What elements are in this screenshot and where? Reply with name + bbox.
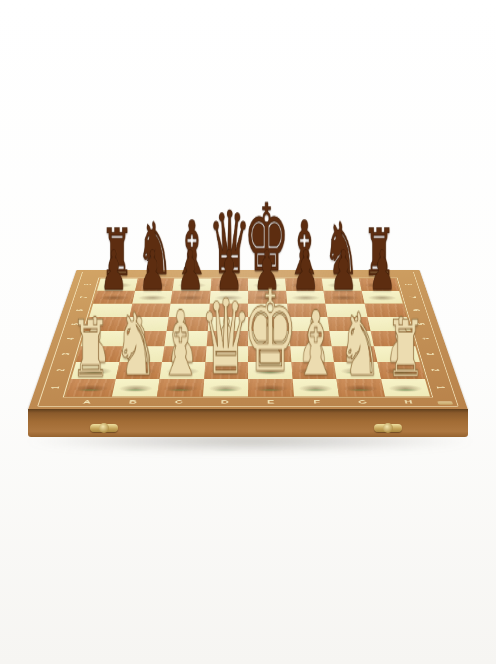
maker-stamp: [437, 401, 453, 405]
square-d1[interactable]: ♛: [202, 379, 248, 397]
square-h1[interactable]: ♜: [381, 379, 430, 397]
square-c1[interactable]: ♝: [157, 379, 204, 397]
rank-label-right-1: 1: [428, 379, 455, 397]
brass-clasp-right: [374, 424, 402, 432]
rank-label-left-1: 1: [42, 379, 69, 397]
file-label-far-h: H: [357, 272, 395, 278]
file-label-near-g: G: [339, 398, 387, 407]
piece-white-knight-g1[interactable]: ♞: [339, 302, 382, 389]
file-label-far-a: A: [101, 272, 139, 278]
rank-label-left-2: 2: [47, 362, 73, 379]
rank-label-right-7: 7: [401, 291, 423, 304]
chess-board: ♜♞♝♛♚♝♞♜♟♟♟♟♟♟♟♟♟♟♟♟♟♟♟♟♜♞♝♛♚♝♞♜ AABBCCD…: [28, 270, 468, 410]
felt-base: [213, 389, 238, 391]
rank-label-right-4: 4: [414, 331, 438, 346]
file-label-near-d: D: [202, 398, 248, 407]
square-a1[interactable]: ♜: [66, 379, 115, 397]
felt-base: [168, 389, 193, 391]
file-label-near-a: A: [63, 398, 111, 407]
board-grid: ♜♞♝♛♚♝♞♜♟♟♟♟♟♟♟♟♟♟♟♟♟♟♟♟♜♞♝♛♚♝♞♜: [66, 278, 430, 396]
rank-label-right-3: 3: [418, 346, 443, 362]
file-label-far-f: F: [284, 272, 321, 278]
felt-base: [348, 389, 374, 391]
file-label-far-e: E: [248, 272, 285, 278]
piece-white-bishop-f1[interactable]: ♝: [293, 299, 337, 389]
felt-base: [303, 389, 328, 391]
photo-background: ♜♞♝♛♚♝♞♜♟♟♟♟♟♟♟♟♟♟♟♟♟♟♟♟♜♞♝♛♚♝♞♜ AABBCCD…: [0, 0, 496, 664]
rank-label-left-7: 7: [72, 291, 94, 304]
rank-label-left-8: 8: [77, 278, 99, 290]
piece-black-pawn-g7[interactable]: ♟: [330, 243, 357, 298]
file-label-near-e: E: [248, 398, 294, 407]
rank-label-right-2: 2: [423, 362, 449, 379]
board-scene: ♜♞♝♛♚♝♞♜♟♟♟♟♟♟♟♟♟♟♟♟♟♟♟♟♜♞♝♛♚♝♞♜ AABBCCD…: [0, 0, 496, 664]
piece-white-king-e1[interactable]: ♚: [243, 277, 298, 389]
felt-base: [258, 389, 283, 391]
felt-base: [77, 389, 103, 391]
file-label-near-b: B: [109, 398, 157, 407]
file-label-near-c: C: [156, 398, 203, 407]
felt-base: [123, 389, 149, 391]
piece-white-knight-b1[interactable]: ♞: [114, 302, 157, 389]
file-label-near-f: F: [294, 398, 341, 407]
square-f1[interactable]: ♝: [292, 379, 339, 397]
piece-white-bishop-c1[interactable]: ♝: [158, 299, 202, 389]
file-label-far-d: D: [211, 272, 248, 278]
file-label-near-h: H: [385, 398, 433, 407]
piece-black-pawn-b7[interactable]: ♟: [139, 243, 166, 298]
rank-label-right-5: 5: [409, 317, 433, 331]
folding-box-front: [28, 409, 468, 437]
rank-label-right-8: 8: [398, 278, 420, 290]
square-g1[interactable]: ♞: [336, 379, 384, 397]
square-e1[interactable]: ♚: [248, 379, 294, 397]
piece-black-pawn-h7[interactable]: ♟: [368, 243, 395, 298]
rank-label-left-6: 6: [68, 304, 91, 317]
piece-black-pawn-a7[interactable]: ♟: [100, 243, 127, 298]
brass-clasp-left: [90, 424, 118, 432]
square-b1[interactable]: ♞: [111, 379, 159, 397]
file-label-far-b: B: [138, 272, 176, 278]
file-label-far-g: G: [321, 272, 359, 278]
file-label-far-c: C: [174, 272, 211, 278]
felt-base: [393, 389, 419, 391]
